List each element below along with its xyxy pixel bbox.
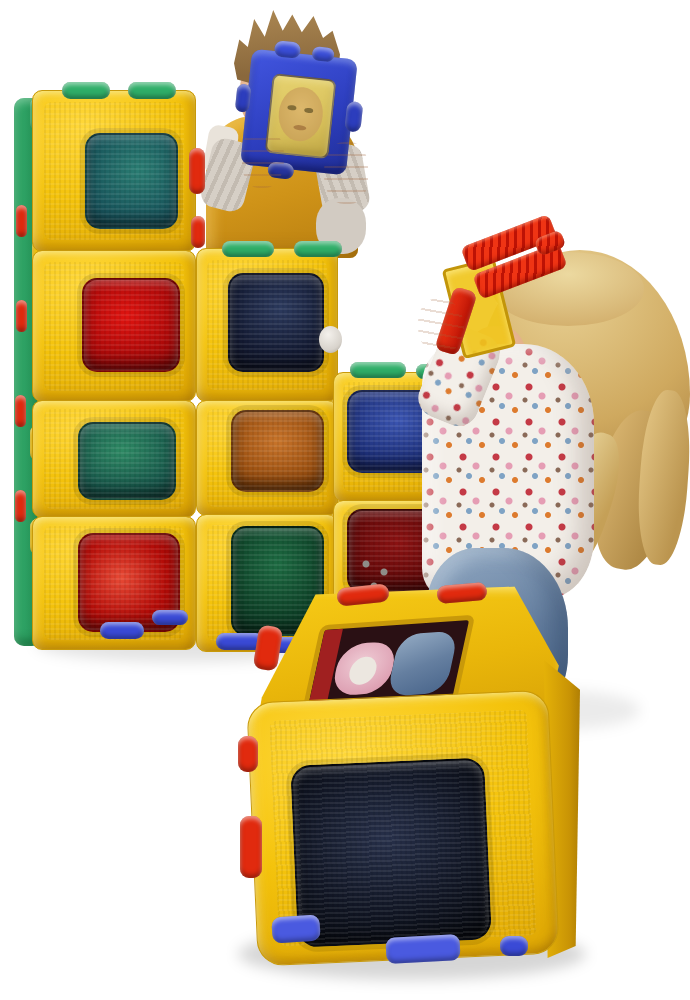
girl-hand [418, 298, 464, 354]
cube-front-window [290, 757, 492, 947]
panel-b3-window [231, 410, 325, 492]
boy-hand-right [324, 142, 368, 204]
panel-b3 [196, 400, 338, 516]
cube-tab-blue-bottom1 [271, 914, 321, 943]
tower-tab-green-b1 [222, 241, 274, 257]
panel-b2 [196, 248, 338, 402]
cube-tab-red-left2 [240, 816, 262, 878]
panel-a3 [32, 400, 196, 518]
side-red-tab-3 [15, 395, 26, 427]
side-red-tab-4 [15, 490, 26, 522]
boy-hand-left [242, 128, 284, 188]
tower-tab-green-top1 [62, 82, 110, 99]
panel-a2-window [82, 278, 180, 372]
white-ball [319, 326, 342, 353]
frame-tab-top1 [274, 40, 302, 59]
tower-tab-green-b2 [294, 241, 342, 257]
frame-tab-right [344, 101, 363, 133]
panel-a1-window [85, 133, 178, 230]
tower-tab-blue-bottom1 [100, 622, 144, 639]
opening-denim [386, 631, 458, 697]
panel-a1 [32, 90, 196, 252]
frame-tab-top2 [312, 46, 335, 62]
cube-tab-red-left1 [238, 736, 258, 772]
tower-tab-red-a2 [191, 216, 205, 248]
panel-b2-window [228, 273, 324, 371]
panel-a3-window [78, 422, 176, 500]
side-red-tab-1 [16, 205, 27, 237]
cube-tab-blue-bottom3 [500, 936, 528, 956]
side-red-tab-2 [16, 300, 27, 332]
tower-tab-red-a1 [189, 148, 205, 194]
frame-tab-left [235, 83, 252, 112]
tower-tab-green-c1 [350, 362, 406, 378]
cube-tab-blue-bottom2 [385, 934, 460, 964]
photo-scene [0, 0, 690, 1000]
tower-tab-green-top2 [128, 82, 176, 99]
tower-tab-blue-bottom2 [152, 610, 188, 625]
panel-a2 [32, 250, 196, 402]
